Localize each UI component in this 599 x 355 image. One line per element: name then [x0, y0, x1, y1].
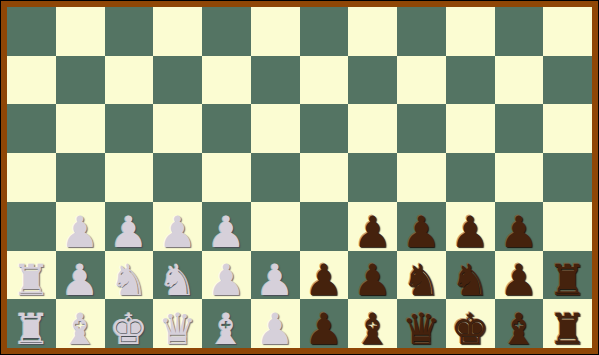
square-r5c2[interactable]: ♟	[56, 202, 105, 251]
white-king[interactable]: ♚	[110, 308, 149, 348]
brown-bishop[interactable]: ♝	[500, 308, 539, 348]
square-r6c5[interactable]: ♟	[202, 251, 251, 300]
square-r7c3[interactable]: ♚	[105, 299, 154, 348]
square-r1c2[interactable]	[56, 7, 105, 56]
square-r3c3[interactable]	[105, 104, 154, 153]
square-r3c10[interactable]	[446, 104, 495, 153]
square-r7c4[interactable]: ♛	[153, 299, 202, 348]
square-r3c6[interactable]	[251, 104, 300, 153]
square-r5c12[interactable]	[543, 202, 592, 251]
square-r6c11[interactable]: ♟	[495, 251, 544, 300]
square-r3c8[interactable]	[348, 104, 397, 153]
square-r6c9[interactable]: ♞	[397, 251, 446, 300]
square-r6c12[interactable]: ♜	[543, 251, 592, 300]
brown-rook[interactable]: ♜	[548, 308, 587, 348]
square-r1c5[interactable]	[202, 7, 251, 56]
square-r2c8[interactable]	[348, 56, 397, 105]
square-r4c9[interactable]	[397, 153, 446, 202]
square-r7c1[interactable]: ♜	[7, 299, 56, 348]
brown-pawn[interactable]: ♟	[500, 259, 539, 299]
square-r4c6[interactable]	[251, 153, 300, 202]
square-r6c6[interactable]: ♟	[251, 251, 300, 300]
square-r5c11[interactable]: ♟	[495, 202, 544, 251]
square-r2c11[interactable]	[495, 56, 544, 105]
square-r6c7[interactable]: ♟	[300, 251, 349, 300]
square-r4c8[interactable]	[348, 153, 397, 202]
square-r2c4[interactable]	[153, 56, 202, 105]
square-r7c2[interactable]: ♝	[56, 299, 105, 348]
white-queen[interactable]: ♛	[158, 308, 197, 348]
white-pawn[interactable]: ♟	[61, 259, 100, 299]
brown-pawn[interactable]: ♟	[353, 211, 392, 251]
square-r3c4[interactable]	[153, 104, 202, 153]
white-rook[interactable]: ♜	[12, 308, 51, 348]
square-r5c3[interactable]: ♟	[105, 202, 154, 251]
square-r6c2[interactable]: ♟	[56, 251, 105, 300]
square-r6c8[interactable]: ♟	[348, 251, 397, 300]
square-r7c11[interactable]: ♝	[495, 299, 544, 348]
brown-pawn[interactable]: ♟	[451, 211, 490, 251]
white-pawn[interactable]: ♟	[110, 211, 149, 251]
white-pawn[interactable]: ♟	[256, 259, 295, 299]
white-pawn[interactable]: ♟	[61, 211, 100, 251]
square-r5c10[interactable]: ♟	[446, 202, 495, 251]
square-r6c10[interactable]: ♞	[446, 251, 495, 300]
square-r7c9[interactable]: ♛	[397, 299, 446, 348]
brown-knight[interactable]: ♞	[451, 259, 490, 299]
square-r2c1[interactable]	[7, 56, 56, 105]
square-r1c10[interactable]	[446, 7, 495, 56]
square-r2c10[interactable]	[446, 56, 495, 105]
square-r4c1[interactable]	[7, 153, 56, 202]
square-r1c11[interactable]	[495, 7, 544, 56]
square-r3c5[interactable]	[202, 104, 251, 153]
brown-pawn[interactable]: ♟	[353, 259, 392, 299]
chess-board: ♟♟♟♟♟♟♟♟♜♟♞♞♟♟♟♟♞♞♟♜♜♝♚♛♝♟♟♝♛♚♝♜	[7, 7, 592, 348]
square-r2c12[interactable]	[543, 56, 592, 105]
square-r2c5[interactable]	[202, 56, 251, 105]
square-r1c1[interactable]	[7, 7, 56, 56]
square-r7c12[interactable]: ♜	[543, 299, 592, 348]
square-r3c2[interactable]	[56, 104, 105, 153]
square-r5c5[interactable]: ♟	[202, 202, 251, 251]
square-r5c4[interactable]: ♟	[153, 202, 202, 251]
square-r4c10[interactable]	[446, 153, 495, 202]
brown-pawn[interactable]: ♟	[305, 308, 344, 348]
square-r2c6[interactable]	[251, 56, 300, 105]
square-r4c3[interactable]	[105, 153, 154, 202]
square-r1c6[interactable]	[251, 7, 300, 56]
square-r5c6[interactable]	[251, 202, 300, 251]
square-r3c12[interactable]	[543, 104, 592, 153]
square-r1c3[interactable]	[105, 7, 154, 56]
square-r5c9[interactable]: ♟	[397, 202, 446, 251]
brown-pawn[interactable]: ♟	[305, 259, 344, 299]
square-r3c9[interactable]	[397, 104, 446, 153]
square-r2c2[interactable]	[56, 56, 105, 105]
square-r1c12[interactable]	[543, 7, 592, 56]
brown-rook[interactable]: ♜	[548, 259, 587, 299]
white-knight[interactable]: ♞	[110, 259, 149, 299]
square-r1c8[interactable]	[348, 7, 397, 56]
brown-knight[interactable]: ♞	[402, 259, 441, 299]
square-r4c7[interactable]	[300, 153, 349, 202]
square-r1c7[interactable]	[300, 7, 349, 56]
white-bishop[interactable]: ♝	[207, 308, 246, 348]
square-r7c6[interactable]: ♟	[251, 299, 300, 348]
square-r3c7[interactable]	[300, 104, 349, 153]
square-r7c8[interactable]: ♝	[348, 299, 397, 348]
white-pawn[interactable]: ♟	[256, 308, 295, 348]
white-knight[interactable]: ♞	[158, 259, 197, 299]
square-r5c1[interactable]	[7, 202, 56, 251]
square-r1c9[interactable]	[397, 7, 446, 56]
square-r7c7[interactable]: ♟	[300, 299, 349, 348]
square-r4c2[interactable]	[56, 153, 105, 202]
square-r2c9[interactable]	[397, 56, 446, 105]
square-r4c12[interactable]	[543, 153, 592, 202]
white-pawn[interactable]: ♟	[158, 211, 197, 251]
brown-pawn[interactable]: ♟	[500, 211, 539, 251]
square-r5c8[interactable]: ♟	[348, 202, 397, 251]
brown-bishop[interactable]: ♝	[353, 308, 392, 348]
white-bishop[interactable]: ♝	[61, 308, 100, 348]
square-r3c1[interactable]	[7, 104, 56, 153]
white-rook[interactable]: ♜	[12, 259, 51, 299]
square-r2c7[interactable]	[300, 56, 349, 105]
square-r3c11[interactable]	[495, 104, 544, 153]
square-r4c5[interactable]	[202, 153, 251, 202]
white-pawn[interactable]: ♟	[207, 211, 246, 251]
square-r4c4[interactable]	[153, 153, 202, 202]
square-r5c7[interactable]	[300, 202, 349, 251]
square-r6c1[interactable]: ♜	[7, 251, 56, 300]
square-r7c10[interactable]: ♚	[446, 299, 495, 348]
white-pawn[interactable]: ♟	[207, 259, 246, 299]
square-r6c3[interactable]: ♞	[105, 251, 154, 300]
square-r6c4[interactable]: ♞	[153, 251, 202, 300]
square-r7c5[interactable]: ♝	[202, 299, 251, 348]
brown-pawn[interactable]: ♟	[402, 211, 441, 251]
brown-queen[interactable]: ♛	[402, 308, 441, 348]
board-frame: ♟♟♟♟♟♟♟♟♜♟♞♞♟♟♟♟♞♞♟♜♜♝♚♛♝♟♟♝♛♚♝♜	[0, 0, 599, 355]
square-r2c3[interactable]	[105, 56, 154, 105]
square-r1c4[interactable]	[153, 7, 202, 56]
brown-king[interactable]: ♚	[451, 308, 490, 348]
square-r4c11[interactable]	[495, 153, 544, 202]
